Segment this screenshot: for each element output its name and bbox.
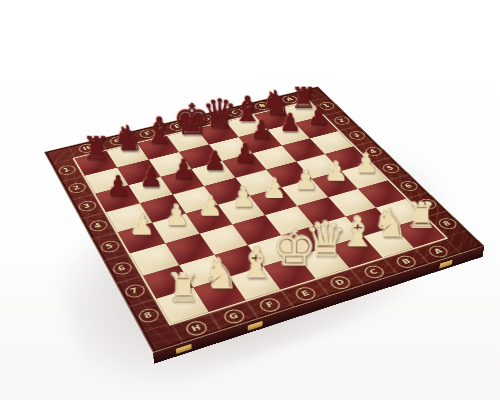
coordinate-label: 6 [397, 180, 420, 193]
coordinate-label: E [292, 285, 318, 302]
piece-red-pawn-f3[interactable]: ♟ [166, 155, 201, 183]
piece-cream-pawn-h5[interactable]: ♟ [123, 209, 161, 240]
brass-latch [439, 260, 452, 269]
coordinate-label: 5 [98, 239, 121, 254]
coordinate-label: 1 [56, 164, 77, 176]
piece-red-pawn-h3[interactable]: ♟ [100, 171, 136, 200]
piece-red-bishop-f1[interactable]: ♝ [142, 112, 176, 149]
piece-cream-king-e8[interactable]: ♚ [271, 221, 311, 274]
coordinate-label: 6 [110, 260, 134, 276]
piece-red-pawn-b2[interactable]: ♟ [273, 109, 306, 136]
piece-red-pawn-e3[interactable]: ♟ [197, 147, 232, 175]
piece-red-pawn-g3[interactable]: ♟ [133, 163, 169, 192]
coordinate-label: 3 [76, 200, 98, 214]
piece-cream-pawn-g5[interactable]: ♟ [158, 200, 196, 230]
piece-cream-pawn-e5[interactable]: ♟ [225, 182, 262, 212]
coordinate-label: 7 [122, 283, 147, 300]
piece-cream-bishop-f8[interactable]: ♝ [236, 240, 276, 285]
piece-cream-pawn-d5[interactable]: ♟ [257, 174, 293, 203]
piece-red-knight-g1[interactable]: ♞ [111, 120, 145, 157]
coordinate-label: 2 [66, 181, 87, 194]
piece-red-rook-h1[interactable]: ♜ [80, 131, 114, 164]
coordinate-label: 4 [87, 219, 109, 233]
piece-cream-pawn-c5[interactable]: ♟ [288, 165, 324, 194]
piece-cream-pawn-f5[interactable]: ♟ [192, 191, 229, 221]
coordinate-label: 8 [136, 307, 162, 325]
piece-red-king-e1[interactable]: ♚ [173, 97, 206, 141]
coordinate-label: D [327, 274, 353, 291]
piece-cream-rook-h8[interactable]: ♜ [163, 267, 205, 307]
piece-cream-pawn-b5[interactable]: ♟ [319, 157, 354, 186]
coordinate-label: B [393, 254, 419, 270]
piece-red-pawn-d3[interactable]: ♟ [228, 139, 263, 167]
coordinate-label: C [361, 264, 387, 280]
coordinate-label: A [425, 244, 451, 259]
piece-cream-knight-g8[interactable]: ♞ [200, 252, 241, 296]
